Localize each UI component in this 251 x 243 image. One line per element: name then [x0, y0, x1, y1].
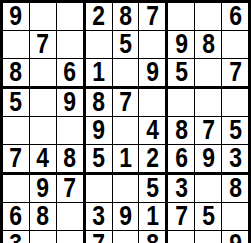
- cell-r2c3[interactable]: [57, 31, 83, 58]
- cell-r8c4: 3: [86, 203, 112, 230]
- cell-r7c1[interactable]: [3, 175, 29, 202]
- given-digit: 6: [175, 145, 188, 172]
- cell-r5c7: 8: [168, 117, 194, 144]
- cell-r5c1[interactable]: [3, 117, 29, 144]
- cell-r7c5[interactable]: [113, 175, 139, 202]
- given-digit: 5: [146, 175, 159, 202]
- cell-r2c1[interactable]: [3, 31, 29, 58]
- cell-r7c2: 9: [30, 175, 56, 202]
- given-digit: 9: [10, 3, 23, 30]
- cell-r3c7: 5: [168, 59, 194, 86]
- cell-r7c4[interactable]: [86, 175, 112, 202]
- cell-r3c8[interactable]: [195, 59, 221, 86]
- given-digit: 3: [175, 175, 188, 202]
- given-digit: 3: [10, 231, 23, 243]
- given-digit: 7: [202, 117, 215, 144]
- cell-r2c9[interactable]: [222, 31, 248, 58]
- cell-r6c6: 2: [139, 145, 165, 172]
- cell-r5c9: 5: [222, 117, 248, 144]
- cell-r1c8[interactable]: [195, 3, 221, 30]
- given-digit: 1: [146, 203, 159, 230]
- cell-r6c4: 5: [86, 145, 112, 172]
- cell-r4c4: 8: [86, 89, 112, 116]
- cell-r3c3: 6: [57, 59, 83, 86]
- cell-r8c6: 1: [139, 203, 165, 230]
- given-digit: 8: [202, 31, 215, 58]
- cell-r8c9[interactable]: [222, 203, 248, 230]
- given-digit: 5: [10, 89, 23, 116]
- cell-r2c4[interactable]: [86, 31, 112, 58]
- cell-r3c2[interactable]: [30, 59, 56, 86]
- sudoku-box-4: 59748: [3, 89, 83, 172]
- given-digit: 7: [229, 59, 242, 86]
- cell-r4c7[interactable]: [168, 89, 194, 116]
- given-digit: 3: [229, 145, 242, 172]
- given-digit: 1: [119, 145, 132, 172]
- given-digit: 5: [119, 31, 132, 58]
- cell-r7c7: 3: [168, 175, 194, 202]
- cell-r4c6[interactable]: [139, 89, 165, 116]
- cell-r5c2[interactable]: [30, 117, 56, 144]
- cell-r6c1: 7: [3, 145, 29, 172]
- given-digit: 2: [146, 145, 159, 172]
- page: { "game": "sudoku", "position": "9..287.…: [0, 0, 251, 243]
- cell-r6c5: 1: [113, 145, 139, 172]
- cell-r8c5: 9: [113, 203, 139, 230]
- given-digit: 4: [146, 117, 159, 144]
- cell-r1c4: 2: [86, 3, 112, 30]
- cell-r3c6: 9: [139, 59, 165, 86]
- cell-r2c5: 5: [113, 31, 139, 58]
- cell-r5c8: 7: [195, 117, 221, 144]
- given-digit: 1: [92, 59, 105, 86]
- given-digit: 5: [175, 59, 188, 86]
- cell-r4c8[interactable]: [195, 89, 221, 116]
- cell-r1c9: 6: [222, 3, 248, 30]
- sudoku-box-8: 539178: [86, 175, 166, 243]
- cell-r6c9: 3: [222, 145, 248, 172]
- cell-r4c3: 9: [57, 89, 83, 116]
- cell-r5c5[interactable]: [113, 117, 139, 144]
- given-digit: 9: [229, 231, 242, 243]
- given-digit: 7: [36, 31, 49, 58]
- sudoku-box-2: 287519: [86, 3, 166, 86]
- cell-r7c9: 8: [222, 175, 248, 202]
- cell-r3c9: 7: [222, 59, 248, 86]
- cell-r9c2[interactable]: [30, 231, 56, 243]
- cell-r2c8: 8: [195, 31, 221, 58]
- cell-r4c9[interactable]: [222, 89, 248, 116]
- cell-r3c4: 1: [86, 59, 112, 86]
- cell-r9c1: 3: [3, 231, 29, 243]
- cell-r1c1: 9: [3, 3, 29, 30]
- cell-r7c3: 7: [57, 175, 83, 202]
- cell-r3c1: 8: [3, 59, 29, 86]
- given-digit: 8: [92, 89, 105, 116]
- given-digit: 5: [92, 145, 105, 172]
- given-digit: 8: [63, 145, 76, 172]
- cell-r5c4: 9: [86, 117, 112, 144]
- sudoku-box-1: 9786: [3, 3, 83, 86]
- given-digit: 9: [146, 59, 159, 86]
- given-digit: 8: [10, 59, 23, 86]
- cell-r2c6[interactable]: [139, 31, 165, 58]
- given-digit: 9: [63, 89, 76, 116]
- sudoku-box-9: 38759: [168, 175, 248, 243]
- cell-r9c9: 9: [222, 231, 248, 243]
- cell-r4c1: 5: [3, 89, 29, 116]
- given-digit: 9: [92, 117, 105, 144]
- given-digit: 7: [119, 89, 132, 116]
- cell-r8c3[interactable]: [57, 203, 83, 230]
- given-digit: 9: [36, 175, 49, 202]
- given-digit: 9: [202, 145, 215, 172]
- cell-r1c5: 8: [113, 3, 139, 30]
- given-digit: 8: [119, 3, 132, 30]
- cell-r1c6: 7: [139, 3, 165, 30]
- cell-r6c7: 6: [168, 145, 194, 172]
- given-digit: 9: [119, 203, 132, 230]
- cell-r5c6: 4: [139, 117, 165, 144]
- cell-r7c8[interactable]: [195, 175, 221, 202]
- cell-r4c5: 7: [113, 89, 139, 116]
- cell-r6c3: 8: [57, 145, 83, 172]
- cell-r6c2: 4: [30, 145, 56, 172]
- given-digit: 2: [92, 3, 105, 30]
- given-digit: 6: [229, 3, 242, 30]
- given-digit: 4: [36, 145, 49, 172]
- cell-r6c8: 9: [195, 145, 221, 172]
- given-digit: 7: [146, 3, 159, 30]
- cell-r9c5[interactable]: [113, 231, 139, 243]
- cell-r2c7: 9: [168, 31, 194, 58]
- given-digit: 7: [175, 203, 188, 230]
- cell-r1c3[interactable]: [57, 3, 83, 30]
- cell-r9c8[interactable]: [195, 231, 221, 243]
- given-digit: 7: [92, 231, 105, 243]
- given-digit: 8: [175, 117, 188, 144]
- cell-r1c2[interactable]: [30, 3, 56, 30]
- cell-r8c7: 7: [168, 203, 194, 230]
- given-digit: 9: [175, 31, 188, 58]
- given-digit: 8: [146, 231, 159, 243]
- given-digit: 3: [92, 203, 105, 230]
- cell-r9c6: 8: [139, 231, 165, 243]
- cell-r5c3[interactable]: [57, 117, 83, 144]
- cell-r8c1: 6: [3, 203, 29, 230]
- cell-r4c2[interactable]: [30, 89, 56, 116]
- cell-r8c8: 5: [195, 203, 221, 230]
- given-digit: 7: [63, 175, 76, 202]
- sudoku-box-5: 8794512: [86, 89, 166, 172]
- cell-r9c4: 7: [86, 231, 112, 243]
- sudoku-box-7: 97683: [3, 175, 83, 243]
- given-digit: 8: [36, 203, 49, 230]
- given-digit: 5: [229, 117, 242, 144]
- given-digit: 6: [63, 59, 76, 86]
- cell-r2c2: 7: [30, 31, 56, 58]
- given-digit: 6: [10, 203, 23, 230]
- given-digit: 8: [229, 175, 242, 202]
- cell-r9c3[interactable]: [57, 231, 83, 243]
- cell-r3c5[interactable]: [113, 59, 139, 86]
- cell-r7c6: 5: [139, 175, 165, 202]
- given-digit: 7: [10, 145, 23, 172]
- cell-r1c7[interactable]: [168, 3, 194, 30]
- sudoku-board: 9786287519698575974887945128756939768353…: [0, 0, 251, 243]
- sudoku-box-6: 875693: [168, 89, 248, 172]
- sudoku-box-3: 69857: [168, 3, 248, 86]
- given-digit: 5: [202, 203, 215, 230]
- cell-r9c7[interactable]: [168, 231, 194, 243]
- cell-r8c2: 8: [30, 203, 56, 230]
